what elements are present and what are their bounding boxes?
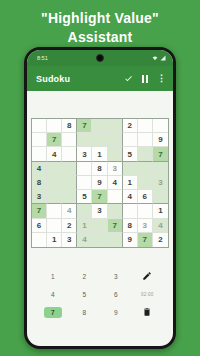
cell-r1c8[interactable] bbox=[138, 119, 153, 133]
cell-r4c7[interactable] bbox=[123, 162, 138, 176]
app-title: Sudoku bbox=[36, 74, 70, 84]
key-2[interactable]: 2 bbox=[69, 267, 101, 285]
cell-r3c7[interactable]: 5 bbox=[123, 147, 138, 161]
cell-r6c1[interactable]: 3 bbox=[32, 190, 47, 204]
cell-r7c6[interactable] bbox=[108, 204, 123, 218]
cell-r3c8[interactable] bbox=[138, 147, 153, 161]
phone-frame: 8:51 Sudoku ⋮ 8727943157483 bbox=[24, 47, 176, 349]
number-keypad: 12345602:00789 bbox=[37, 267, 163, 321]
pencil-icon bbox=[142, 271, 152, 281]
cell-r4c2[interactable] bbox=[47, 162, 62, 176]
cell-r8c2[interactable] bbox=[47, 219, 62, 233]
cell-r9c4[interactable]: 4 bbox=[77, 233, 92, 247]
cell-r7c9[interactable]: 1 bbox=[153, 204, 168, 218]
eraser-button[interactable] bbox=[132, 303, 164, 321]
cell-r5c4[interactable] bbox=[77, 176, 92, 190]
app-bar: Sudoku ⋮ bbox=[27, 66, 173, 91]
cell-r7c4[interactable] bbox=[77, 204, 92, 218]
cell-r3c9[interactable]: 7 bbox=[153, 147, 168, 161]
cell-r8c4[interactable]: 1 bbox=[77, 219, 92, 233]
cell-r9c3[interactable]: 3 bbox=[62, 233, 77, 247]
cell-r1c4[interactable]: 7 bbox=[77, 119, 92, 133]
cell-r2c3[interactable] bbox=[62, 133, 77, 147]
cell-r1c9[interactable] bbox=[153, 119, 168, 133]
cell-r5c3[interactable] bbox=[62, 176, 77, 190]
cell-r5c1[interactable]: 8 bbox=[32, 176, 47, 190]
cell-r8c7[interactable]: 8 bbox=[123, 219, 138, 233]
cell-r2c2[interactable]: 7 bbox=[47, 133, 62, 147]
overflow-menu-icon[interactable]: ⋮ bbox=[157, 74, 166, 83]
marketing-title-line1: "Highlight Value" bbox=[0, 9, 200, 28]
cell-r8c9[interactable]: 4 bbox=[153, 219, 168, 233]
cell-r6c7[interactable]: 4 bbox=[123, 190, 138, 204]
signal-icon bbox=[160, 55, 166, 61]
cell-r4c6[interactable]: 3 bbox=[108, 162, 123, 176]
cell-r8c6[interactable]: 7 bbox=[108, 219, 123, 233]
marketing-title: "Highlight Value" Assistant bbox=[0, 9, 200, 47]
cell-r9c8[interactable]: 7 bbox=[138, 233, 153, 247]
cell-r6c5[interactable]: 7 bbox=[92, 190, 107, 204]
cell-r3c4[interactable]: 3 bbox=[77, 147, 92, 161]
cell-r5c6[interactable]: 4 bbox=[108, 176, 123, 190]
cell-r1c2[interactable] bbox=[47, 119, 62, 133]
cell-r6c2[interactable] bbox=[47, 190, 62, 204]
cell-r8c1[interactable]: 6 bbox=[32, 219, 47, 233]
key-3[interactable]: 3 bbox=[100, 267, 132, 285]
camera-punch-hole bbox=[96, 54, 104, 62]
cell-r1c3[interactable]: 8 bbox=[62, 119, 77, 133]
key-8[interactable]: 8 bbox=[69, 303, 101, 321]
cell-r7c2[interactable] bbox=[47, 204, 62, 218]
cell-r5c8[interactable] bbox=[138, 176, 153, 190]
cell-r6c6[interactable] bbox=[108, 190, 123, 204]
phone-screen: 8:51 Sudoku ⋮ 8727943157483 bbox=[27, 50, 173, 346]
cell-r8c8[interactable]: 3 bbox=[138, 219, 153, 233]
cell-r3c5[interactable]: 1 bbox=[92, 147, 107, 161]
cell-r5c7[interactable]: 1 bbox=[123, 176, 138, 190]
cell-r5c2[interactable] bbox=[47, 176, 62, 190]
cell-r4c3[interactable] bbox=[62, 162, 77, 176]
cell-r4c5[interactable]: 8 bbox=[92, 162, 107, 176]
cell-r2c5[interactable] bbox=[92, 133, 107, 147]
cell-r9c5[interactable] bbox=[92, 233, 107, 247]
cell-r2c7[interactable] bbox=[123, 133, 138, 147]
cell-r7c1[interactable]: 7 bbox=[32, 204, 47, 218]
cell-r2c1[interactable] bbox=[32, 133, 47, 147]
cell-r4c1[interactable]: 4 bbox=[32, 162, 47, 176]
check-icon[interactable] bbox=[124, 74, 133, 83]
cell-r5c9[interactable]: 3 bbox=[153, 176, 168, 190]
cell-r6c9[interactable] bbox=[153, 190, 168, 204]
key-4[interactable]: 4 bbox=[37, 285, 69, 303]
cell-r9c7[interactable]: 9 bbox=[123, 233, 138, 247]
wifi-icon bbox=[152, 55, 158, 61]
cell-r1c1[interactable] bbox=[32, 119, 47, 133]
cell-r7c8[interactable] bbox=[138, 204, 153, 218]
cell-r3c1[interactable] bbox=[32, 147, 47, 161]
cell-r8c3[interactable]: 2 bbox=[62, 219, 77, 233]
cell-r5c5[interactable]: 9 bbox=[92, 176, 107, 190]
cell-r9c6[interactable] bbox=[108, 233, 123, 247]
game-area: 8727943157483894133574674316217834134972… bbox=[27, 91, 173, 346]
pencil-button[interactable] bbox=[132, 267, 164, 285]
game-timer: 02:00 bbox=[132, 285, 164, 303]
cell-r4c4[interactable] bbox=[77, 162, 92, 176]
cell-r6c3[interactable] bbox=[62, 190, 77, 204]
cell-r7c3[interactable]: 4 bbox=[62, 204, 77, 218]
cell-r4c8[interactable] bbox=[138, 162, 153, 176]
key-5[interactable]: 5 bbox=[69, 285, 101, 303]
cell-r2c8[interactable] bbox=[138, 133, 153, 147]
cell-r1c5[interactable] bbox=[92, 119, 107, 133]
cell-r3c3[interactable] bbox=[62, 147, 77, 161]
cell-r2c4[interactable] bbox=[77, 133, 92, 147]
cell-r7c5[interactable]: 3 bbox=[92, 204, 107, 218]
sudoku-grid: 8727943157483894133574674316217834134972 bbox=[31, 118, 169, 248]
cell-r1c7[interactable]: 2 bbox=[123, 119, 138, 133]
cell-r6c8[interactable]: 6 bbox=[138, 190, 153, 204]
cell-r3c2[interactable]: 4 bbox=[47, 147, 62, 161]
cell-r7c7[interactable] bbox=[123, 204, 138, 218]
key-1[interactable]: 1 bbox=[37, 267, 69, 285]
pause-icon[interactable] bbox=[142, 75, 148, 83]
cell-r8c5[interactable] bbox=[92, 219, 107, 233]
cell-r9c1[interactable] bbox=[32, 233, 47, 247]
cell-r1c6[interactable] bbox=[108, 119, 123, 133]
cell-r9c2[interactable]: 1 bbox=[47, 233, 62, 247]
cell-r3c6[interactable] bbox=[108, 147, 123, 161]
key-6[interactable]: 6 bbox=[100, 285, 132, 303]
cell-r6c4[interactable]: 5 bbox=[77, 190, 92, 204]
cell-r2c6[interactable] bbox=[108, 133, 123, 147]
key-7[interactable]: 7 bbox=[37, 303, 69, 321]
status-bar: 8:51 bbox=[27, 50, 173, 66]
cell-r4c9[interactable] bbox=[153, 162, 168, 176]
marketing-title-line2: Assistant bbox=[0, 28, 200, 47]
status-time: 8:51 bbox=[37, 55, 48, 61]
eraser-icon bbox=[142, 307, 152, 317]
cell-r2c9[interactable]: 9 bbox=[153, 133, 168, 147]
key-9[interactable]: 9 bbox=[100, 303, 132, 321]
cell-r9c9[interactable]: 2 bbox=[153, 233, 168, 247]
